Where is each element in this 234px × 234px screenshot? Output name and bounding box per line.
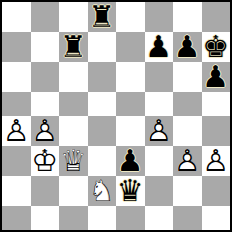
square-b8[interactable] — [31, 2, 60, 32]
chess-board: ♜♜♟♟♚♟♟♙♟♙♟♙♚♔♛♕♟♟♙♟♙♞♘♛ — [0, 0, 232, 232]
square-a4[interactable]: ♟♙ — [2, 116, 31, 146]
square-d1[interactable] — [88, 206, 117, 230]
square-d4[interactable] — [88, 116, 117, 146]
black-king-icon: ♚ — [202, 32, 231, 62]
square-a7[interactable] — [2, 32, 31, 62]
square-b1[interactable] — [31, 206, 60, 230]
white-king-icon: ♔ — [31, 146, 60, 176]
square-e1[interactable] — [116, 206, 145, 230]
square-d7[interactable] — [88, 32, 117, 62]
black-queen-icon: ♛ — [116, 176, 145, 206]
white-pawn-icon: ♙ — [173, 146, 202, 176]
square-a6[interactable] — [2, 62, 31, 92]
square-b3[interactable]: ♚♔ — [31, 146, 60, 176]
white-knight-d2[interactable]: ♞♘ — [88, 176, 117, 206]
square-h7[interactable]: ♚ — [202, 32, 231, 62]
square-c8[interactable] — [59, 2, 88, 32]
white-knight-icon: ♘ — [88, 176, 117, 206]
square-g6[interactable] — [173, 62, 202, 92]
square-e3[interactable]: ♟ — [116, 146, 145, 176]
square-f4[interactable]: ♟♙ — [145, 116, 174, 146]
white-pawn-h3[interactable]: ♟♙ — [202, 146, 231, 176]
white-pawn-icon: ♙ — [2, 116, 31, 146]
square-e6[interactable] — [116, 62, 145, 92]
square-g4[interactable] — [173, 116, 202, 146]
square-c1[interactable] — [59, 206, 88, 230]
square-b7[interactable] — [31, 32, 60, 62]
white-queen-icon: ♕ — [59, 146, 88, 176]
black-rook-c7[interactable]: ♜ — [59, 32, 88, 62]
square-c4[interactable] — [59, 116, 88, 146]
square-f2[interactable] — [145, 176, 174, 206]
square-e7[interactable] — [116, 32, 145, 62]
square-c5[interactable] — [59, 92, 88, 116]
square-b4[interactable]: ♟♙ — [31, 116, 60, 146]
black-pawn-icon: ♟ — [202, 62, 231, 92]
square-g2[interactable] — [173, 176, 202, 206]
white-pawn-g3[interactable]: ♟♙ — [173, 146, 202, 176]
square-c3[interactable]: ♛♕ — [59, 146, 88, 176]
square-h5[interactable] — [202, 92, 231, 116]
square-e2[interactable]: ♛ — [116, 176, 145, 206]
square-h8[interactable] — [202, 2, 231, 32]
black-rook-icon: ♜ — [88, 2, 117, 32]
square-d8[interactable]: ♜ — [88, 2, 117, 32]
square-g1[interactable] — [173, 206, 202, 230]
square-f7[interactable]: ♟ — [145, 32, 174, 62]
square-a8[interactable] — [2, 2, 31, 32]
white-pawn-a4[interactable]: ♟♙ — [2, 116, 31, 146]
black-pawn-f7[interactable]: ♟ — [145, 32, 174, 62]
square-h4[interactable] — [202, 116, 231, 146]
black-king-h7[interactable]: ♚ — [202, 32, 231, 62]
square-d2[interactable]: ♞♘ — [88, 176, 117, 206]
square-c7[interactable]: ♜ — [59, 32, 88, 62]
square-a2[interactable] — [2, 176, 31, 206]
square-e5[interactable] — [116, 92, 145, 116]
white-king-b3[interactable]: ♚♔ — [31, 146, 60, 176]
square-a1[interactable] — [2, 206, 31, 230]
black-pawn-e3[interactable]: ♟ — [116, 146, 145, 176]
black-rook-d8[interactable]: ♜ — [88, 2, 117, 32]
square-f3[interactable] — [145, 146, 174, 176]
square-g5[interactable] — [173, 92, 202, 116]
square-f6[interactable] — [145, 62, 174, 92]
square-b6[interactable] — [31, 62, 60, 92]
black-pawn-icon: ♟ — [116, 146, 145, 176]
square-c6[interactable] — [59, 62, 88, 92]
white-queen-c3[interactable]: ♛♕ — [59, 146, 88, 176]
square-f1[interactable] — [145, 206, 174, 230]
square-h2[interactable] — [202, 176, 231, 206]
square-h1[interactable] — [202, 206, 231, 230]
square-g3[interactable]: ♟♙ — [173, 146, 202, 176]
black-pawn-icon: ♟ — [145, 32, 174, 62]
square-g8[interactable] — [173, 2, 202, 32]
white-pawn-icon: ♙ — [145, 116, 174, 146]
black-rook-icon: ♜ — [59, 32, 88, 62]
white-pawn-icon: ♙ — [31, 116, 60, 146]
black-queen-e2[interactable]: ♛ — [116, 176, 145, 206]
white-pawn-b4[interactable]: ♟♙ — [31, 116, 60, 146]
square-d3[interactable] — [88, 146, 117, 176]
square-a3[interactable] — [2, 146, 31, 176]
square-h3[interactable]: ♟♙ — [202, 146, 231, 176]
black-pawn-icon: ♟ — [173, 32, 202, 62]
square-e8[interactable] — [116, 2, 145, 32]
square-h6[interactable]: ♟ — [202, 62, 231, 92]
white-pawn-icon: ♙ — [202, 146, 231, 176]
square-c2[interactable] — [59, 176, 88, 206]
black-pawn-g7[interactable]: ♟ — [173, 32, 202, 62]
square-d6[interactable] — [88, 62, 117, 92]
black-pawn-h6[interactable]: ♟ — [202, 62, 231, 92]
square-b2[interactable] — [31, 176, 60, 206]
square-d5[interactable] — [88, 92, 117, 116]
white-pawn-f4[interactable]: ♟♙ — [145, 116, 174, 146]
square-f8[interactable] — [145, 2, 174, 32]
square-e4[interactable] — [116, 116, 145, 146]
square-g7[interactable]: ♟ — [173, 32, 202, 62]
